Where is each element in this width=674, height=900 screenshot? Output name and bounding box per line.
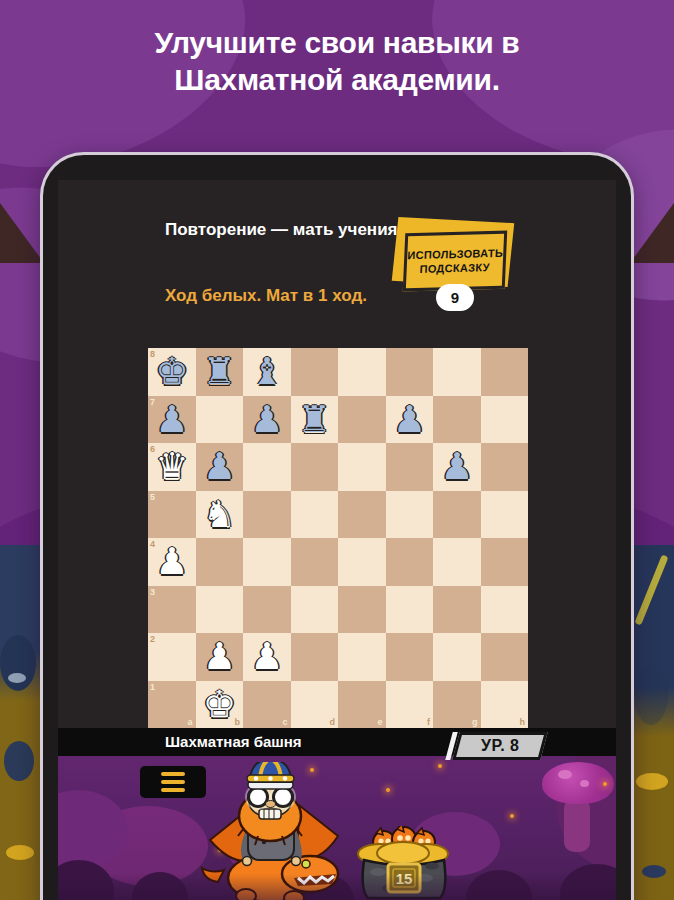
use-hint-button[interactable]: ИСПОЛЬЗОВАТЬ ПОДСКАЗКУ 9 xyxy=(392,226,516,292)
square-a3[interactable]: 3 xyxy=(148,586,196,634)
black-rook-d7: ♜ xyxy=(291,396,339,444)
square-b3[interactable] xyxy=(196,586,244,634)
mushroom-stem xyxy=(564,798,590,852)
lesson-title: Повторение — мать учения. xyxy=(165,220,402,240)
square-b8[interactable]: ♜ xyxy=(196,348,244,396)
square-g5[interactable] xyxy=(433,491,481,539)
square-f8[interactable] xyxy=(386,348,434,396)
square-g4[interactable] xyxy=(433,538,481,586)
landscape-shape xyxy=(642,865,666,878)
white-pawn-b2: ♟ xyxy=(196,633,244,681)
landscape-shape xyxy=(6,845,34,860)
firefly xyxy=(386,788,390,792)
page-title: Улучшите свои навыки в Шахматной академи… xyxy=(0,24,674,98)
square-e6[interactable] xyxy=(338,443,386,491)
rank-label-4: 4 xyxy=(150,539,155,549)
file-label-b: b xyxy=(235,717,241,727)
hint-button-face: ИСПОЛЬЗОВАТЬ ПОДСКАЗКУ xyxy=(403,231,508,292)
square-b4[interactable] xyxy=(196,538,244,586)
square-h5[interactable] xyxy=(481,491,529,539)
square-h4[interactable] xyxy=(481,538,529,586)
menu-button[interactable] xyxy=(140,766,206,798)
firefly xyxy=(438,764,442,768)
black-pawn-b6: ♟ xyxy=(196,443,244,491)
white-queen-a6: ♛ xyxy=(148,443,196,491)
square-f5[interactable] xyxy=(386,491,434,539)
square-g3[interactable] xyxy=(433,586,481,634)
square-f1[interactable]: f xyxy=(386,681,434,729)
file-label-h: h xyxy=(520,717,526,727)
hint-count-badge: 9 xyxy=(436,284,474,311)
white-knight-b5: ♞ xyxy=(196,491,244,539)
square-h2[interactable] xyxy=(481,633,529,681)
file-label-f: f xyxy=(427,717,430,727)
landscape-shape xyxy=(4,741,34,781)
square-b1[interactable]: b♚ xyxy=(196,681,244,729)
file-label-a: a xyxy=(187,717,192,727)
square-b7[interactable] xyxy=(196,396,244,444)
landscape-right xyxy=(632,545,674,900)
landscape-shape xyxy=(634,554,668,625)
square-d5[interactable] xyxy=(291,491,339,539)
square-g8[interactable] xyxy=(433,348,481,396)
square-h7[interactable] xyxy=(481,396,529,444)
landscape-shape xyxy=(634,665,668,725)
landscape-shape xyxy=(8,673,26,683)
square-d3[interactable] xyxy=(291,586,339,634)
square-d4[interactable] xyxy=(291,538,339,586)
square-e8[interactable] xyxy=(338,348,386,396)
square-h3[interactable] xyxy=(481,586,529,634)
black-bishop-c8: ♝ xyxy=(243,348,291,396)
rank-label-6: 6 xyxy=(150,444,155,454)
square-c2[interactable]: ♟ xyxy=(243,633,291,681)
square-f7[interactable]: ♟ xyxy=(386,396,434,444)
white-pawn-a4: ♟ xyxy=(148,538,196,586)
white-pawn-c2: ♟ xyxy=(243,633,291,681)
square-h6[interactable] xyxy=(481,443,529,491)
square-c8[interactable]: ♝ xyxy=(243,348,291,396)
square-d1[interactable]: d xyxy=(291,681,339,729)
black-rook-b8: ♜ xyxy=(196,348,244,396)
page-title-line2: Шахматной академии. xyxy=(0,61,674,98)
square-c3[interactable] xyxy=(243,586,291,634)
file-label-c: c xyxy=(282,717,287,727)
scene-fade xyxy=(58,874,616,900)
square-d6[interactable] xyxy=(291,443,339,491)
square-g6[interactable]: ♟ xyxy=(433,443,481,491)
page: Улучшите свои навыки в Шахматной академи… xyxy=(0,0,674,900)
square-h1[interactable]: h xyxy=(481,681,529,729)
square-f6[interactable] xyxy=(386,443,434,491)
square-b2[interactable]: ♟ xyxy=(196,633,244,681)
chess-board: 8♚♜♝7♟♟♜♟6♛♟♟5♞4♟32♟♟1ab♚cdefgh xyxy=(148,348,528,728)
file-label-d: d xyxy=(330,717,336,727)
square-b6[interactable]: ♟ xyxy=(196,443,244,491)
square-c5[interactable] xyxy=(243,491,291,539)
square-c1[interactable]: c xyxy=(243,681,291,729)
square-a6[interactable]: 6♛ xyxy=(148,443,196,491)
square-a5[interactable]: 5 xyxy=(148,491,196,539)
square-e4[interactable] xyxy=(338,538,386,586)
rank-label-8: 8 xyxy=(150,349,155,359)
square-a4[interactable]: 4♟ xyxy=(148,538,196,586)
square-c6[interactable] xyxy=(243,443,291,491)
hint-button-label-line2: ПОДСКАЗКУ xyxy=(419,260,490,276)
square-e5[interactable] xyxy=(338,491,386,539)
rank-label-1: 1 xyxy=(150,682,155,692)
square-b5[interactable]: ♞ xyxy=(196,491,244,539)
square-d7[interactable]: ♜ xyxy=(291,396,339,444)
square-a8[interactable]: 8♚ xyxy=(148,348,196,396)
square-f3[interactable] xyxy=(386,586,434,634)
square-f4[interactable] xyxy=(386,538,434,586)
square-g1[interactable]: g xyxy=(433,681,481,729)
square-e1[interactable]: e xyxy=(338,681,386,729)
mode-title: Шахматная башня xyxy=(165,728,302,756)
square-a7[interactable]: 7♟ xyxy=(148,396,196,444)
file-label-g: g xyxy=(472,717,478,727)
mushroom-spot xyxy=(558,770,572,779)
level-badge-label: УР. 8 xyxy=(481,737,520,755)
square-d8[interactable] xyxy=(291,348,339,396)
square-e3[interactable] xyxy=(338,586,386,634)
square-d2[interactable] xyxy=(291,633,339,681)
firefly xyxy=(510,814,514,818)
square-c4[interactable] xyxy=(243,538,291,586)
level-badge: УР. 8 xyxy=(452,732,548,760)
rank-label-2: 2 xyxy=(150,634,155,644)
rank-label-3: 3 xyxy=(150,587,155,597)
square-g7[interactable] xyxy=(433,396,481,444)
black-pawn-c7: ♟ xyxy=(243,396,291,444)
file-label-e: e xyxy=(377,717,382,727)
app-screen: Повторение — мать учения. Ход белых. Мат… xyxy=(58,180,616,900)
square-f2[interactable] xyxy=(386,633,434,681)
bottom-scene: 15 xyxy=(58,756,616,900)
square-g2[interactable] xyxy=(433,633,481,681)
square-e7[interactable] xyxy=(338,396,386,444)
black-king-a8: ♚ xyxy=(148,348,196,396)
landscape-shape xyxy=(636,773,668,790)
landscape-left xyxy=(0,545,42,900)
black-pawn-f7: ♟ xyxy=(386,396,434,444)
hamburger-icon xyxy=(161,772,185,776)
square-c7[interactable]: ♟ xyxy=(243,396,291,444)
square-e2[interactable] xyxy=(338,633,386,681)
square-a1[interactable]: 1a xyxy=(148,681,196,729)
page-title-line1: Улучшите свои навыки в xyxy=(0,24,674,61)
mushroom-spot xyxy=(580,780,589,787)
rank-label-5: 5 xyxy=(150,492,155,502)
tablet-frame: Повторение — мать учения. Ход белых. Мат… xyxy=(40,152,634,900)
black-pawn-a7: ♟ xyxy=(148,396,196,444)
black-pawn-g6: ♟ xyxy=(433,443,481,491)
task-text: Ход белых. Мат в 1 ход. xyxy=(165,286,367,306)
square-a2[interactable]: 2 xyxy=(148,633,196,681)
rank-label-7: 7 xyxy=(150,397,155,407)
square-h8[interactable] xyxy=(481,348,529,396)
firefly xyxy=(603,782,607,786)
